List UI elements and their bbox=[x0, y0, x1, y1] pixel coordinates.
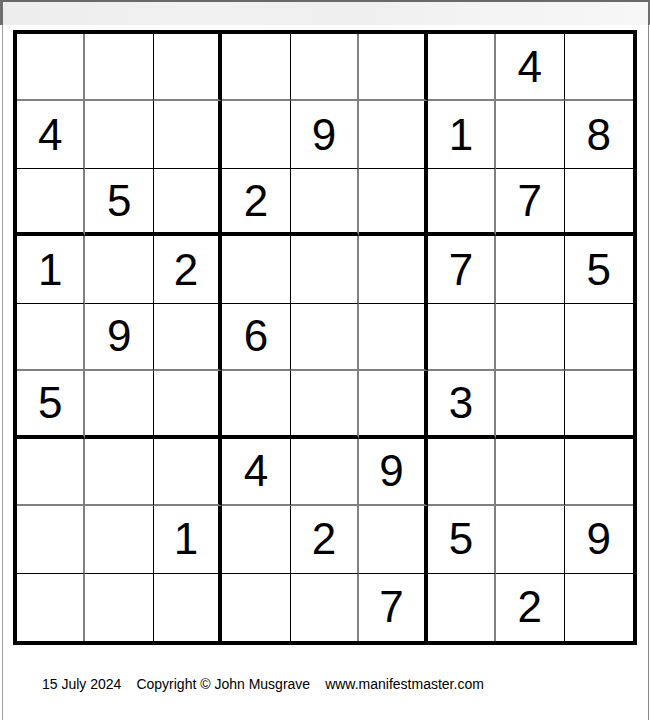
sudoku-cell[interactable] bbox=[17, 439, 85, 506]
sudoku-cell[interactable] bbox=[85, 371, 153, 438]
sudoku-cell[interactable]: 8 bbox=[565, 101, 633, 168]
sudoku-cell[interactable] bbox=[17, 169, 85, 236]
sudoku-cell[interactable] bbox=[222, 506, 290, 573]
sudoku-cell[interactable]: 9 bbox=[85, 304, 153, 371]
sudoku-cell[interactable]: 5 bbox=[428, 506, 496, 573]
sudoku-cell[interactable] bbox=[154, 304, 222, 371]
sudoku-cell[interactable]: 9 bbox=[565, 506, 633, 573]
sudoku-board: 449185271275965349125972 bbox=[13, 30, 637, 645]
sudoku-cell[interactable] bbox=[496, 506, 564, 573]
sudoku-cell[interactable] bbox=[85, 506, 153, 573]
sudoku-cell[interactable]: 4 bbox=[17, 101, 85, 168]
sudoku-cell[interactable] bbox=[428, 34, 496, 101]
sudoku-cell[interactable] bbox=[154, 101, 222, 168]
sudoku-cell[interactable] bbox=[359, 169, 427, 236]
sudoku-cell[interactable] bbox=[85, 236, 153, 303]
sudoku-cell[interactable]: 4 bbox=[222, 439, 290, 506]
sudoku-cell[interactable] bbox=[496, 236, 564, 303]
footer-date: 15 July 2024 bbox=[42, 676, 121, 692]
footer-website: www.manifestmaster.com bbox=[325, 676, 484, 692]
sudoku-cell[interactable] bbox=[565, 169, 633, 236]
sudoku-cell[interactable] bbox=[428, 169, 496, 236]
sudoku-cell[interactable]: 5 bbox=[85, 169, 153, 236]
sudoku-cell[interactable] bbox=[291, 169, 359, 236]
sudoku-cell[interactable] bbox=[85, 34, 153, 101]
sudoku-cell[interactable] bbox=[154, 439, 222, 506]
page-right-edge bbox=[648, 25, 649, 720]
footer: 15 July 2024Copyright © John Musgravewww… bbox=[42, 676, 484, 692]
sudoku-cell[interactable] bbox=[154, 574, 222, 641]
sudoku-cell[interactable]: 6 bbox=[222, 304, 290, 371]
footer-copyright: Copyright © John Musgrave bbox=[136, 676, 310, 692]
sudoku-cell[interactable] bbox=[154, 371, 222, 438]
sudoku-cell[interactable] bbox=[222, 101, 290, 168]
sudoku-cell[interactable] bbox=[222, 574, 290, 641]
sudoku-cell[interactable]: 5 bbox=[565, 236, 633, 303]
sudoku-cell[interactable] bbox=[222, 236, 290, 303]
sudoku-cell[interactable] bbox=[85, 101, 153, 168]
sudoku-cell[interactable] bbox=[359, 506, 427, 573]
sudoku-cell[interactable]: 7 bbox=[428, 236, 496, 303]
sudoku-cell[interactable] bbox=[291, 34, 359, 101]
sudoku-cell[interactable]: 1 bbox=[428, 101, 496, 168]
sudoku-cell[interactable] bbox=[154, 169, 222, 236]
sudoku-cell[interactable]: 7 bbox=[496, 169, 564, 236]
sudoku-cell[interactable] bbox=[565, 574, 633, 641]
sudoku-cell[interactable] bbox=[85, 439, 153, 506]
sudoku-cell[interactable]: 2 bbox=[222, 169, 290, 236]
sudoku-cell[interactable] bbox=[428, 574, 496, 641]
sudoku-cell[interactable] bbox=[565, 371, 633, 438]
page-left-edge bbox=[2, 25, 3, 720]
sudoku-cell[interactable]: 1 bbox=[17, 236, 85, 303]
sudoku-cell[interactable] bbox=[565, 439, 633, 506]
page: 449185271275965349125972 15 July 2024Cop… bbox=[0, 0, 650, 720]
sudoku-cell[interactable] bbox=[565, 304, 633, 371]
sudoku-cell[interactable] bbox=[428, 439, 496, 506]
sudoku-cell[interactable] bbox=[154, 34, 222, 101]
sudoku-cell[interactable]: 9 bbox=[359, 439, 427, 506]
sudoku-cell[interactable] bbox=[222, 34, 290, 101]
sudoku-cell[interactable]: 9 bbox=[291, 101, 359, 168]
sudoku-cell[interactable]: 2 bbox=[291, 506, 359, 573]
sudoku-cell[interactable]: 4 bbox=[496, 34, 564, 101]
sudoku-cell[interactable] bbox=[359, 371, 427, 438]
sudoku-cell[interactable]: 5 bbox=[17, 371, 85, 438]
sudoku-cell[interactable] bbox=[291, 574, 359, 641]
sudoku-cell[interactable] bbox=[291, 371, 359, 438]
sudoku-cell[interactable] bbox=[565, 34, 633, 101]
sudoku-cell[interactable]: 1 bbox=[154, 506, 222, 573]
sudoku-cell[interactable] bbox=[359, 304, 427, 371]
sudoku-cell[interactable] bbox=[359, 236, 427, 303]
sudoku-cell[interactable] bbox=[17, 34, 85, 101]
page-top-strip bbox=[0, 0, 650, 25]
sudoku-cell[interactable] bbox=[17, 574, 85, 641]
sudoku-cell[interactable] bbox=[17, 506, 85, 573]
sudoku-cell[interactable] bbox=[359, 101, 427, 168]
sudoku-cell[interactable] bbox=[291, 439, 359, 506]
sudoku-cell[interactable] bbox=[496, 304, 564, 371]
sudoku-cell[interactable]: 2 bbox=[496, 574, 564, 641]
sudoku-cell[interactable]: 7 bbox=[359, 574, 427, 641]
sudoku-cell[interactable] bbox=[291, 304, 359, 371]
sudoku-cell[interactable] bbox=[496, 371, 564, 438]
sudoku-cell[interactable] bbox=[496, 439, 564, 506]
sudoku-cell[interactable] bbox=[359, 34, 427, 101]
sudoku-cell[interactable] bbox=[496, 101, 564, 168]
sudoku-cell[interactable] bbox=[85, 574, 153, 641]
sudoku-cell[interactable] bbox=[222, 371, 290, 438]
sudoku-cell[interactable] bbox=[17, 304, 85, 371]
sudoku-cell[interactable]: 3 bbox=[428, 371, 496, 438]
sudoku-cell[interactable] bbox=[291, 236, 359, 303]
sudoku-cell[interactable] bbox=[428, 304, 496, 371]
sudoku-cell[interactable]: 2 bbox=[154, 236, 222, 303]
